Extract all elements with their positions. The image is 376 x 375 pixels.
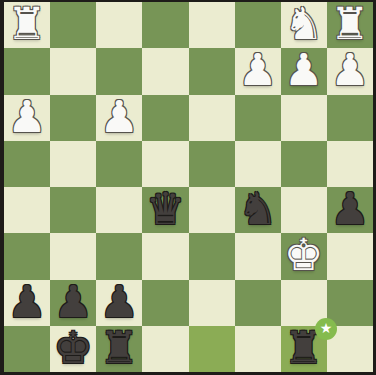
- square-b4[interactable]: [50, 187, 96, 233]
- square-b8[interactable]: [50, 2, 96, 48]
- square-e4[interactable]: [189, 187, 235, 233]
- square-e6[interactable]: [189, 95, 235, 141]
- square-g7[interactable]: ♟︎: [281, 48, 327, 94]
- square-h4[interactable]: ♟︎: [327, 187, 373, 233]
- square-e8[interactable]: [189, 2, 235, 48]
- white-king[interactable]: ♚︎: [284, 233, 323, 277]
- square-c7[interactable]: [96, 48, 142, 94]
- white-pawn[interactable]: ♟︎: [284, 48, 323, 92]
- square-e5[interactable]: [189, 141, 235, 187]
- square-f7[interactable]: ♟︎: [235, 48, 281, 94]
- square-g5[interactable]: [281, 141, 327, 187]
- square-d4[interactable]: ♛︎: [142, 187, 188, 233]
- white-knight[interactable]: ♞︎: [284, 2, 323, 46]
- square-e2[interactable]: [189, 280, 235, 326]
- square-b3[interactable]: [50, 233, 96, 279]
- square-d5[interactable]: [142, 141, 188, 187]
- square-e7[interactable]: [189, 48, 235, 94]
- square-a1[interactable]: [4, 326, 50, 372]
- star-icon: ★: [320, 321, 333, 335]
- chess-board-screenshot: ♜︎♞︎♜︎♟︎♟︎♟︎♟︎♟︎♛︎♞︎♟︎♚︎♟︎♟︎♟︎♚︎♜︎♜︎ ★: [0, 0, 376, 375]
- black-pawn[interactable]: ♟︎: [330, 187, 369, 231]
- square-g4[interactable]: [281, 187, 327, 233]
- square-h8[interactable]: ♜︎: [327, 2, 373, 48]
- square-b6[interactable]: [50, 95, 96, 141]
- square-b1[interactable]: ♚︎: [50, 326, 96, 372]
- chess-board[interactable]: ♜︎♞︎♜︎♟︎♟︎♟︎♟︎♟︎♛︎♞︎♟︎♚︎♟︎♟︎♟︎♚︎♜︎♜︎: [4, 2, 373, 372]
- square-a2[interactable]: ♟︎: [4, 280, 50, 326]
- square-f3[interactable]: [235, 233, 281, 279]
- square-a7[interactable]: [4, 48, 50, 94]
- black-pawn[interactable]: ♟︎: [53, 280, 92, 324]
- best-move-badge: ★: [315, 318, 337, 340]
- square-f6[interactable]: [235, 95, 281, 141]
- black-queen[interactable]: ♛︎: [146, 187, 185, 231]
- square-a3[interactable]: [4, 233, 50, 279]
- square-f4[interactable]: ♞︎: [235, 187, 281, 233]
- square-a4[interactable]: [4, 187, 50, 233]
- square-h7[interactable]: ♟︎: [327, 48, 373, 94]
- square-b2[interactable]: ♟︎: [50, 280, 96, 326]
- square-a8[interactable]: ♜︎: [4, 2, 50, 48]
- square-d1[interactable]: [142, 326, 188, 372]
- square-a5[interactable]: [4, 141, 50, 187]
- square-d6[interactable]: [142, 95, 188, 141]
- square-c1[interactable]: ♜︎: [96, 326, 142, 372]
- square-d2[interactable]: [142, 280, 188, 326]
- white-pawn[interactable]: ♟︎: [100, 95, 139, 139]
- square-d3[interactable]: [142, 233, 188, 279]
- square-d8[interactable]: [142, 2, 188, 48]
- white-pawn[interactable]: ♟︎: [330, 48, 369, 92]
- square-c2[interactable]: ♟︎: [96, 280, 142, 326]
- square-e1[interactable]: [189, 326, 235, 372]
- white-pawn[interactable]: ♟︎: [7, 95, 46, 139]
- black-rook[interactable]: ♜︎: [100, 326, 139, 370]
- square-h2[interactable]: [327, 280, 373, 326]
- square-c5[interactable]: [96, 141, 142, 187]
- square-b5[interactable]: [50, 141, 96, 187]
- square-g6[interactable]: [281, 95, 327, 141]
- square-h6[interactable]: [327, 95, 373, 141]
- square-c4[interactable]: [96, 187, 142, 233]
- square-a6[interactable]: ♟︎: [4, 95, 50, 141]
- square-g8[interactable]: ♞︎: [281, 2, 327, 48]
- square-h5[interactable]: [327, 141, 373, 187]
- square-b7[interactable]: [50, 48, 96, 94]
- square-f2[interactable]: [235, 280, 281, 326]
- square-f8[interactable]: [235, 2, 281, 48]
- square-c8[interactable]: [96, 2, 142, 48]
- square-c6[interactable]: ♟︎: [96, 95, 142, 141]
- square-e3[interactable]: [189, 233, 235, 279]
- black-knight[interactable]: ♞︎: [238, 187, 277, 231]
- white-pawn[interactable]: ♟︎: [238, 48, 277, 92]
- black-king[interactable]: ♚︎: [53, 326, 92, 370]
- square-f1[interactable]: [235, 326, 281, 372]
- square-g3[interactable]: ♚︎: [281, 233, 327, 279]
- square-f5[interactable]: [235, 141, 281, 187]
- square-d7[interactable]: [142, 48, 188, 94]
- black-pawn[interactable]: ♟︎: [100, 280, 139, 324]
- black-pawn[interactable]: ♟︎: [7, 280, 46, 324]
- square-c3[interactable]: [96, 233, 142, 279]
- white-rook[interactable]: ♜︎: [7, 2, 46, 46]
- white-rook[interactable]: ♜︎: [330, 2, 369, 46]
- square-h3[interactable]: [327, 233, 373, 279]
